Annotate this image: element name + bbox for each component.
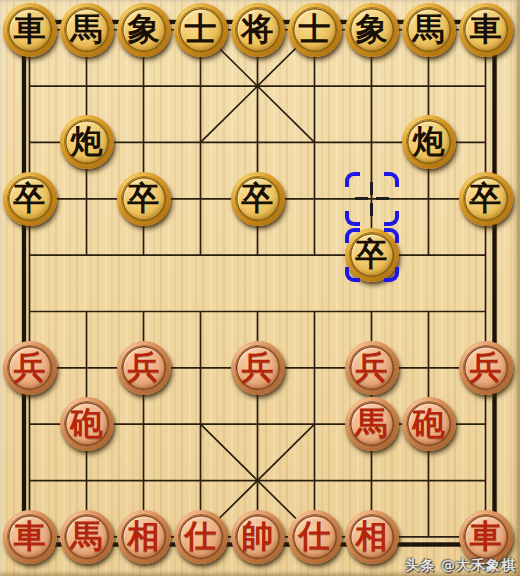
piece-face: 卒	[464, 177, 508, 221]
intersection-h0[interactable]: 馬	[400, 2, 457, 58]
intersection-g6[interactable]: 兵	[343, 340, 400, 396]
piece-red-cannon[interactable]: 砲	[60, 397, 114, 451]
piece-face: 将	[236, 8, 280, 52]
intersection-f0[interactable]: 士	[286, 2, 343, 58]
piece-glyph: 炮	[71, 125, 103, 157]
intersection-f1[interactable]	[286, 58, 343, 114]
intersection-f5[interactable]	[286, 283, 343, 339]
piece-black-soldier[interactable]: 卒	[231, 172, 285, 226]
xiangqi-app: 車馬象士将士象馬車炮炮卒卒卒卒卒兵兵兵兵兵砲馬砲車馬相仕帥仕相車 头条 @大禾象…	[0, 0, 520, 576]
intersection-i5[interactable]	[457, 283, 514, 339]
piece-glyph: 卒	[128, 182, 160, 214]
piece-glyph: 象	[356, 13, 388, 45]
intersection-f8[interactable]	[286, 452, 343, 508]
piece-glyph: 炮	[413, 125, 445, 157]
piece-glyph: 車	[470, 520, 502, 552]
intersection-c4[interactable]	[115, 227, 172, 283]
intersection-c9[interactable]: 相	[115, 509, 172, 565]
piece-black-chariot[interactable]: 車	[459, 3, 513, 57]
piece-glyph: 兵	[356, 351, 388, 383]
piece-glyph: 兵	[242, 351, 274, 383]
intersection-e4[interactable]	[229, 227, 286, 283]
piece-red-soldier[interactable]: 兵	[3, 341, 57, 395]
piece-black-cannon[interactable]: 炮	[60, 115, 114, 169]
intersection-a8[interactable]	[1, 452, 58, 508]
intersection-h8[interactable]	[400, 452, 457, 508]
piece-red-soldier[interactable]: 兵	[117, 341, 171, 395]
piece-red-advisor[interactable]: 仕	[174, 510, 228, 564]
intersection-c6[interactable]: 兵	[115, 340, 172, 396]
intersection-i6[interactable]: 兵	[457, 340, 514, 396]
intersection-e2[interactable]	[229, 114, 286, 170]
board-intersections: 車馬象士将士象馬車炮炮卒卒卒卒卒兵兵兵兵兵砲馬砲車馬相仕帥仕相車	[1, 2, 514, 565]
intersection-d6[interactable]	[172, 340, 229, 396]
intersection-f3[interactable]	[286, 171, 343, 227]
piece-black-soldier[interactable]: 卒	[117, 172, 171, 226]
piece-face: 象	[122, 8, 166, 52]
intersection-d1[interactable]	[172, 58, 229, 114]
piece-glyph: 卒	[356, 238, 388, 270]
piece-black-cannon[interactable]: 炮	[402, 115, 456, 169]
piece-glyph: 馬	[71, 520, 103, 552]
intersection-h6[interactable]	[400, 340, 457, 396]
piece-black-elephant[interactable]: 象	[345, 3, 399, 57]
intersection-g5[interactable]	[343, 283, 400, 339]
piece-glyph: 卒	[14, 182, 46, 214]
piece-glyph: 車	[14, 520, 46, 552]
piece-glyph: 象	[128, 13, 160, 45]
intersection-e7[interactable]	[229, 396, 286, 452]
intersection-c3[interactable]: 卒	[115, 171, 172, 227]
piece-glyph: 兵	[14, 351, 46, 383]
piece-glyph: 相	[356, 520, 388, 552]
intersection-b4[interactable]	[58, 227, 115, 283]
intersection-e1[interactable]	[229, 58, 286, 114]
intersection-b5[interactable]	[58, 283, 115, 339]
piece-black-advisor[interactable]: 士	[174, 3, 228, 57]
intersection-d8[interactable]	[172, 452, 229, 508]
intersection-a3[interactable]: 卒	[1, 171, 58, 227]
intersection-a6[interactable]: 兵	[1, 340, 58, 396]
intersection-h2[interactable]: 炮	[400, 114, 457, 170]
intersection-d9[interactable]: 仕	[172, 509, 229, 565]
piece-glyph: 仕	[299, 520, 331, 552]
piece-face: 仕	[293, 515, 337, 559]
move-from-marker	[346, 173, 398, 225]
piece-glyph: 馬	[413, 13, 445, 45]
piece-red-chariot[interactable]: 車	[459, 510, 513, 564]
piece-glyph: 士	[299, 13, 331, 45]
intersection-g9[interactable]: 相	[343, 509, 400, 565]
intersection-b8[interactable]	[58, 452, 115, 508]
intersection-i3[interactable]: 卒	[457, 171, 514, 227]
intersection-i8[interactable]	[457, 452, 514, 508]
piece-red-elephant[interactable]: 相	[117, 510, 171, 564]
piece-black-advisor[interactable]: 士	[288, 3, 342, 57]
intersection-a5[interactable]	[1, 283, 58, 339]
intersection-f2[interactable]	[286, 114, 343, 170]
intersection-a7[interactable]	[1, 396, 58, 452]
intersection-i1[interactable]	[457, 58, 514, 114]
piece-face: 炮	[65, 120, 109, 164]
piece-red-marshal[interactable]: 帥	[231, 510, 285, 564]
piece-glyph: 車	[470, 13, 502, 45]
intersection-f7[interactable]	[286, 396, 343, 452]
intersection-b3[interactable]	[58, 171, 115, 227]
piece-face: 車	[8, 515, 52, 559]
piece-face: 卒	[122, 177, 166, 221]
piece-glyph: 士	[185, 13, 217, 45]
intersection-c7[interactable]	[115, 396, 172, 452]
piece-face: 車	[464, 515, 508, 559]
piece-red-advisor[interactable]: 仕	[288, 510, 342, 564]
piece-glyph: 砲	[413, 407, 445, 439]
intersection-h7[interactable]: 砲	[400, 396, 457, 452]
piece-glyph: 車	[14, 13, 46, 45]
xiangqi-board: 車馬象士将士象馬車炮炮卒卒卒卒卒兵兵兵兵兵砲馬砲車馬相仕帥仕相車 头条 @大禾象…	[0, 0, 520, 576]
piece-face: 炮	[407, 120, 451, 164]
intersection-c2[interactable]	[115, 114, 172, 170]
intersection-h3[interactable]	[400, 171, 457, 227]
piece-face: 卒	[350, 233, 394, 277]
intersection-a0[interactable]: 車	[1, 2, 58, 58]
piece-face: 車	[464, 8, 508, 52]
intersection-e3[interactable]: 卒	[229, 171, 286, 227]
intersection-d7[interactable]	[172, 396, 229, 452]
move-from-crosshair-icon	[354, 181, 390, 217]
piece-red-soldier[interactable]: 兵	[459, 341, 513, 395]
piece-glyph: 兵	[470, 351, 502, 383]
piece-black-soldier[interactable]: 卒	[3, 172, 57, 226]
intersection-g1[interactable]	[343, 58, 400, 114]
piece-face: 兵	[8, 346, 52, 390]
piece-red-horse[interactable]: 馬	[345, 397, 399, 451]
piece-face: 馬	[350, 402, 394, 446]
piece-red-soldier[interactable]: 兵	[345, 341, 399, 395]
piece-face: 砲	[65, 402, 109, 446]
piece-face: 兵	[464, 346, 508, 390]
piece-black-chariot[interactable]: 車	[3, 3, 57, 57]
intersection-d5[interactable]	[172, 283, 229, 339]
piece-black-general[interactable]: 将	[231, 3, 285, 57]
intersection-e9[interactable]: 帥	[229, 509, 286, 565]
piece-face: 砲	[407, 402, 451, 446]
intersection-b7[interactable]: 砲	[58, 396, 115, 452]
piece-face: 卒	[236, 177, 280, 221]
piece-face: 馬	[407, 8, 451, 52]
piece-face: 卒	[8, 177, 52, 221]
piece-black-horse[interactable]: 馬	[402, 3, 456, 57]
intersection-g8[interactable]	[343, 452, 400, 508]
intersection-c0[interactable]: 象	[115, 2, 172, 58]
intersection-b2[interactable]: 炮	[58, 114, 115, 170]
intersection-e6[interactable]: 兵	[229, 340, 286, 396]
intersection-a9[interactable]: 車	[1, 509, 58, 565]
watermark-text: 头条 @大禾象棋	[405, 557, 516, 575]
intersection-f6[interactable]	[286, 340, 343, 396]
piece-face: 馬	[65, 515, 109, 559]
intersection-i2[interactable]	[457, 114, 514, 170]
piece-black-horse[interactable]: 馬	[60, 3, 114, 57]
piece-red-cannon[interactable]: 砲	[402, 397, 456, 451]
intersection-f9[interactable]: 仕	[286, 509, 343, 565]
piece-face: 兵	[350, 346, 394, 390]
piece-glyph: 仕	[185, 520, 217, 552]
piece-glyph: 兵	[128, 351, 160, 383]
intersection-h4[interactable]	[400, 227, 457, 283]
piece-face: 兵	[236, 346, 280, 390]
piece-face: 相	[350, 515, 394, 559]
piece-red-soldier[interactable]: 兵	[231, 341, 285, 395]
piece-face: 士	[293, 8, 337, 52]
piece-red-horse[interactable]: 馬	[60, 510, 114, 564]
intersection-d4[interactable]	[172, 227, 229, 283]
intersection-a1[interactable]	[1, 58, 58, 114]
piece-face: 仕	[179, 515, 223, 559]
intersection-e0[interactable]: 将	[229, 2, 286, 58]
piece-glyph: 卒	[242, 182, 274, 214]
intersection-f4[interactable]	[286, 227, 343, 283]
intersection-c8[interactable]	[115, 452, 172, 508]
piece-face: 帥	[236, 515, 280, 559]
intersection-e8[interactable]	[229, 452, 286, 508]
piece-glyph: 馬	[356, 407, 388, 439]
piece-glyph: 将	[242, 13, 274, 45]
intersection-g4[interactable]: 卒	[343, 227, 400, 283]
intersection-a2[interactable]	[1, 114, 58, 170]
piece-glyph: 砲	[71, 407, 103, 439]
piece-black-soldier[interactable]: 卒	[345, 228, 399, 282]
intersection-d3[interactable]	[172, 171, 229, 227]
intersection-i7[interactable]	[457, 396, 514, 452]
intersection-a4[interactable]	[1, 227, 58, 283]
piece-glyph: 帥	[242, 520, 274, 552]
piece-black-elephant[interactable]: 象	[117, 3, 171, 57]
piece-glyph: 卒	[470, 182, 502, 214]
intersection-i0[interactable]: 車	[457, 2, 514, 58]
intersection-d0[interactable]: 士	[172, 2, 229, 58]
piece-face: 車	[8, 8, 52, 52]
intersection-h5[interactable]	[400, 283, 457, 339]
piece-red-chariot[interactable]: 車	[3, 510, 57, 564]
intersection-i4[interactable]	[457, 227, 514, 283]
intersection-b1[interactable]	[58, 58, 115, 114]
intersection-g0[interactable]: 象	[343, 2, 400, 58]
intersection-h1[interactable]	[400, 58, 457, 114]
piece-red-elephant[interactable]: 相	[345, 510, 399, 564]
intersection-g7[interactable]: 馬	[343, 396, 400, 452]
intersection-g3[interactable]	[343, 171, 400, 227]
intersection-e5[interactable]	[229, 283, 286, 339]
intersection-d2[interactable]	[172, 114, 229, 170]
intersection-c5[interactable]	[115, 283, 172, 339]
piece-face: 相	[122, 515, 166, 559]
piece-face: 兵	[122, 346, 166, 390]
intersection-c1[interactable]	[115, 58, 172, 114]
piece-glyph: 相	[128, 520, 160, 552]
intersection-b0[interactable]: 馬	[58, 2, 115, 58]
piece-black-soldier[interactable]: 卒	[459, 172, 513, 226]
piece-face: 士	[179, 8, 223, 52]
piece-face: 象	[350, 8, 394, 52]
intersection-g2[interactable]	[343, 114, 400, 170]
piece-face: 馬	[65, 8, 109, 52]
piece-glyph: 馬	[71, 13, 103, 45]
intersection-b6[interactable]	[58, 340, 115, 396]
intersection-b9[interactable]: 馬	[58, 509, 115, 565]
